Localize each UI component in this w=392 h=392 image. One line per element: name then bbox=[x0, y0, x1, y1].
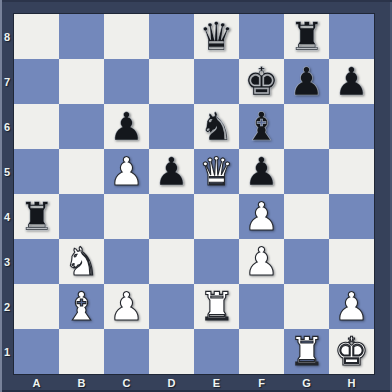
file-label-c: C bbox=[104, 374, 149, 392]
rank-label-8: 8 bbox=[0, 14, 14, 59]
black-pawn-d5[interactable]: ♟ bbox=[154, 149, 189, 194]
square-h4[interactable] bbox=[329, 194, 374, 239]
rank-label-6: 6 bbox=[0, 104, 14, 149]
square-f4[interactable]: ♟ bbox=[239, 194, 284, 239]
black-pawn-c6[interactable]: ♟ bbox=[109, 104, 144, 149]
white-rook-e2[interactable]: ♜ bbox=[199, 284, 234, 329]
square-a1[interactable] bbox=[14, 329, 59, 374]
square-f2[interactable] bbox=[239, 284, 284, 329]
file-label-g: G bbox=[284, 374, 329, 392]
square-b1[interactable] bbox=[59, 329, 104, 374]
square-e3[interactable] bbox=[194, 239, 239, 284]
square-h5[interactable] bbox=[329, 149, 374, 194]
square-c1[interactable] bbox=[104, 329, 149, 374]
square-b3[interactable]: ♞ bbox=[59, 239, 104, 284]
square-h3[interactable] bbox=[329, 239, 374, 284]
file-label-h: H bbox=[329, 374, 374, 392]
file-label-a: A bbox=[14, 374, 59, 392]
square-e7[interactable] bbox=[194, 59, 239, 104]
white-king-h1[interactable]: ♚ bbox=[334, 329, 369, 374]
chess-board[interactable]: ♛♜♚♟♟♟♞♝♟♟♛♟♜♟♞♟♝♟♜♟♜♚ bbox=[14, 14, 374, 374]
black-pawn-f5[interactable]: ♟ bbox=[244, 149, 279, 194]
square-b8[interactable] bbox=[59, 14, 104, 59]
square-e2[interactable]: ♜ bbox=[194, 284, 239, 329]
square-f5[interactable]: ♟ bbox=[239, 149, 284, 194]
square-c7[interactable] bbox=[104, 59, 149, 104]
white-knight-b3[interactable]: ♞ bbox=[64, 239, 99, 284]
white-pawn-c2[interactable]: ♟ bbox=[109, 284, 144, 329]
rank-label-7: 7 bbox=[0, 59, 14, 104]
white-pawn-c5[interactable]: ♟ bbox=[109, 149, 144, 194]
square-e6[interactable]: ♞ bbox=[194, 104, 239, 149]
square-d1[interactable] bbox=[149, 329, 194, 374]
rank-label-2: 2 bbox=[0, 284, 14, 329]
black-rook-a4[interactable]: ♜ bbox=[19, 194, 54, 239]
square-b2[interactable]: ♝ bbox=[59, 284, 104, 329]
square-a8[interactable] bbox=[14, 14, 59, 59]
square-d2[interactable] bbox=[149, 284, 194, 329]
square-h6[interactable] bbox=[329, 104, 374, 149]
black-king-f7[interactable]: ♚ bbox=[244, 59, 279, 104]
black-pawn-g7[interactable]: ♟ bbox=[289, 59, 324, 104]
rank-label-3: 3 bbox=[0, 239, 14, 284]
square-h2[interactable]: ♟ bbox=[329, 284, 374, 329]
square-a6[interactable] bbox=[14, 104, 59, 149]
square-g4[interactable] bbox=[284, 194, 329, 239]
white-pawn-f3[interactable]: ♟ bbox=[244, 239, 279, 284]
square-c5[interactable]: ♟ bbox=[104, 149, 149, 194]
square-a4[interactable]: ♜ bbox=[14, 194, 59, 239]
white-queen-e5[interactable]: ♛ bbox=[199, 149, 234, 194]
square-d4[interactable] bbox=[149, 194, 194, 239]
file-label-d: D bbox=[149, 374, 194, 392]
square-d6[interactable] bbox=[149, 104, 194, 149]
square-h7[interactable]: ♟ bbox=[329, 59, 374, 104]
square-e5[interactable]: ♛ bbox=[194, 149, 239, 194]
square-d5[interactable]: ♟ bbox=[149, 149, 194, 194]
white-bishop-b2[interactable]: ♝ bbox=[64, 284, 99, 329]
square-b4[interactable] bbox=[59, 194, 104, 239]
square-c3[interactable] bbox=[104, 239, 149, 284]
square-g1[interactable]: ♜ bbox=[284, 329, 329, 374]
file-label-f: F bbox=[239, 374, 284, 392]
file-label-b: B bbox=[59, 374, 104, 392]
square-g6[interactable] bbox=[284, 104, 329, 149]
square-g5[interactable] bbox=[284, 149, 329, 194]
white-pawn-f4[interactable]: ♟ bbox=[244, 194, 279, 239]
black-queen-e8[interactable]: ♛ bbox=[199, 14, 234, 59]
square-c2[interactable]: ♟ bbox=[104, 284, 149, 329]
white-rook-g1[interactable]: ♜ bbox=[289, 329, 324, 374]
square-b5[interactable] bbox=[59, 149, 104, 194]
square-h8[interactable] bbox=[329, 14, 374, 59]
square-c6[interactable]: ♟ bbox=[104, 104, 149, 149]
square-f1[interactable] bbox=[239, 329, 284, 374]
white-pawn-h2[interactable]: ♟ bbox=[334, 284, 369, 329]
black-knight-e6[interactable]: ♞ bbox=[199, 104, 234, 149]
square-d3[interactable] bbox=[149, 239, 194, 284]
square-g8[interactable]: ♜ bbox=[284, 14, 329, 59]
square-d8[interactable] bbox=[149, 14, 194, 59]
square-a3[interactable] bbox=[14, 239, 59, 284]
square-g7[interactable]: ♟ bbox=[284, 59, 329, 104]
rank-label-4: 4 bbox=[0, 194, 14, 239]
square-e8[interactable]: ♛ bbox=[194, 14, 239, 59]
square-h1[interactable]: ♚ bbox=[329, 329, 374, 374]
chess-board-frame: 87654321 ♛♜♚♟♟♟♞♝♟♟♛♟♜♟♞♟♝♟♜♟♜♚ ABCDEFGH bbox=[0, 0, 392, 392]
rank-label-1: 1 bbox=[0, 329, 14, 374]
rank-labels: 87654321 bbox=[0, 14, 14, 374]
square-b7[interactable] bbox=[59, 59, 104, 104]
square-e1[interactable] bbox=[194, 329, 239, 374]
square-f6[interactable]: ♝ bbox=[239, 104, 284, 149]
file-label-e: E bbox=[194, 374, 239, 392]
square-f3[interactable]: ♟ bbox=[239, 239, 284, 284]
black-rook-g8[interactable]: ♜ bbox=[289, 14, 324, 59]
square-a5[interactable] bbox=[14, 149, 59, 194]
rank-label-5: 5 bbox=[0, 149, 14, 194]
square-c8[interactable] bbox=[104, 14, 149, 59]
square-c4[interactable] bbox=[104, 194, 149, 239]
square-f8[interactable] bbox=[239, 14, 284, 59]
black-pawn-h7[interactable]: ♟ bbox=[334, 59, 369, 104]
square-b6[interactable] bbox=[59, 104, 104, 149]
square-d7[interactable] bbox=[149, 59, 194, 104]
black-bishop-f6[interactable]: ♝ bbox=[244, 104, 279, 149]
square-f7[interactable]: ♚ bbox=[239, 59, 284, 104]
square-a2[interactable] bbox=[14, 284, 59, 329]
file-labels: ABCDEFGH bbox=[14, 374, 374, 392]
square-g3[interactable] bbox=[284, 239, 329, 284]
square-g2[interactable] bbox=[284, 284, 329, 329]
square-e4[interactable] bbox=[194, 194, 239, 239]
square-a7[interactable] bbox=[14, 59, 59, 104]
